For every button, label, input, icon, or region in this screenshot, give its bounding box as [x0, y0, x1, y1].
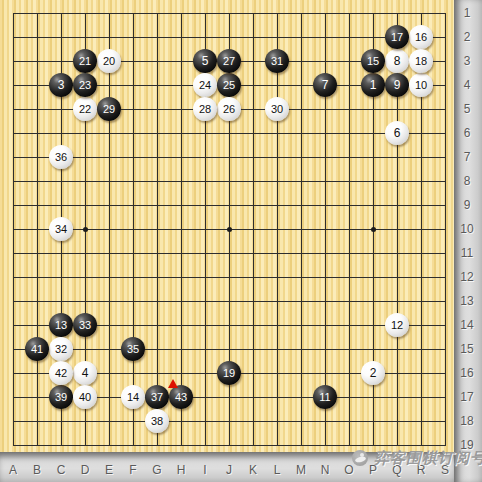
row-label-5: 5	[454, 102, 480, 116]
move-number: 1	[370, 79, 377, 91]
row-label-8: 8	[454, 174, 480, 188]
move-number: 42	[55, 368, 67, 379]
stone-white-R4-move-10[interactable]: 10	[409, 73, 433, 97]
stone-white-D5-move-22[interactable]: 22	[73, 97, 97, 121]
stone-black-Q2-move-17[interactable]: 17	[385, 25, 409, 49]
watermark: 弈客围棋订阅号	[352, 447, 482, 469]
move-number: 34	[55, 224, 67, 235]
stone-black-J3-move-27[interactable]: 27	[217, 49, 241, 73]
row-label-17: 17	[454, 390, 480, 404]
stone-white-C10-move-34[interactable]: 34	[49, 217, 73, 241]
move-number: 40	[79, 392, 91, 403]
last-move-marker-icon	[168, 379, 178, 388]
stone-white-C7-move-36[interactable]: 36	[49, 145, 73, 169]
stone-white-R2-move-16[interactable]: 16	[409, 25, 433, 49]
stone-black-N4-move-7[interactable]: 7	[313, 73, 337, 97]
move-number: 6	[394, 127, 401, 139]
row-label-13: 13	[454, 294, 480, 308]
stone-white-C15-move-32[interactable]: 32	[49, 337, 73, 361]
stone-white-P16-move-2[interactable]: 2	[361, 361, 385, 385]
column-label-D: D	[77, 463, 93, 477]
stone-black-H17-move-43[interactable]: 43	[169, 385, 193, 409]
stone-black-C14-move-13[interactable]: 13	[49, 313, 73, 337]
row-label-4: 4	[454, 78, 480, 92]
move-number: 15	[367, 56, 379, 67]
stone-white-G18-move-38[interactable]: 38	[145, 409, 169, 433]
stone-black-D3-move-21[interactable]: 21	[73, 49, 97, 73]
yike-logo-icon	[352, 450, 368, 466]
row-label-10: 10	[454, 222, 480, 236]
stone-black-F15-move-35[interactable]: 35	[121, 337, 145, 361]
move-number: 9	[394, 79, 401, 91]
column-label-J: J	[221, 463, 237, 477]
move-number: 3	[58, 79, 65, 91]
stone-black-L3-move-31[interactable]: 31	[265, 49, 289, 73]
column-label-B: B	[29, 463, 45, 477]
move-number: 22	[79, 104, 91, 115]
column-label-L: L	[269, 463, 285, 477]
stone-black-G17-move-37[interactable]: 37	[145, 385, 169, 409]
move-number: 30	[271, 104, 283, 115]
stone-black-E5-move-29[interactable]: 29	[97, 97, 121, 121]
move-number: 35	[127, 344, 139, 355]
move-number: 33	[79, 320, 91, 331]
stone-white-E3-move-20[interactable]: 20	[97, 49, 121, 73]
move-number: 16	[415, 32, 427, 43]
move-number: 17	[391, 32, 403, 43]
stone-black-B15-move-41[interactable]: 41	[25, 337, 49, 361]
column-label-K: K	[245, 463, 261, 477]
stone-white-R3-move-18[interactable]: 18	[409, 49, 433, 73]
row-label-2: 2	[454, 30, 480, 44]
move-number: 36	[55, 152, 67, 163]
move-number: 21	[79, 56, 91, 67]
stone-white-Q3-move-8[interactable]: 8	[385, 49, 409, 73]
move-number: 4	[82, 367, 89, 379]
stone-black-P4-move-1[interactable]: 1	[361, 73, 385, 97]
move-number: 8	[394, 55, 401, 67]
stone-white-F17-move-14[interactable]: 14	[121, 385, 145, 409]
move-number: 13	[55, 320, 67, 331]
move-number: 10	[415, 80, 427, 91]
stone-black-D4-move-23[interactable]: 23	[73, 73, 97, 97]
move-number: 29	[103, 104, 115, 115]
move-number: 32	[55, 344, 67, 355]
stone-white-I4-move-24[interactable]: 24	[193, 73, 217, 97]
move-number: 23	[79, 80, 91, 91]
stone-black-J16-move-19[interactable]: 19	[217, 361, 241, 385]
stone-white-D17-move-40[interactable]: 40	[73, 385, 97, 409]
stone-black-C4-move-3[interactable]: 3	[49, 73, 73, 97]
move-number: 28	[199, 104, 211, 115]
move-number: 27	[223, 56, 235, 67]
column-label-H: H	[173, 463, 189, 477]
move-number: 19	[223, 368, 235, 379]
move-number: 20	[103, 56, 115, 67]
column-label-C: C	[53, 463, 69, 477]
go-board-screenshot: 1234567891011121314151617181920212223242…	[0, 0, 482, 482]
move-number: 43	[175, 392, 187, 403]
column-label-F: F	[125, 463, 141, 477]
row-label-14: 14	[454, 318, 480, 332]
move-number: 5	[202, 55, 209, 67]
move-number: 12	[391, 320, 403, 331]
move-number: 26	[223, 104, 235, 115]
column-label-A: A	[5, 463, 21, 477]
move-number: 24	[199, 80, 211, 91]
stone-black-Q4-move-9[interactable]: 9	[385, 73, 409, 97]
stone-white-C16-move-42[interactable]: 42	[49, 361, 73, 385]
watermark-text: 弈客围棋订阅号	[374, 449, 482, 468]
row-label-18: 18	[454, 414, 480, 428]
stone-black-C17-move-39[interactable]: 39	[49, 385, 73, 409]
move-number: 2	[370, 367, 377, 379]
row-label-15: 15	[454, 342, 480, 356]
row-label-1: 1	[454, 6, 480, 20]
stone-white-Q14-move-12[interactable]: 12	[385, 313, 409, 337]
stone-white-Q6-move-6[interactable]: 6	[385, 121, 409, 145]
row-label-3: 3	[454, 54, 480, 68]
column-label-N: N	[317, 463, 333, 477]
column-label-G: G	[149, 463, 165, 477]
stone-black-I3-move-5[interactable]: 5	[193, 49, 217, 73]
move-number: 25	[223, 80, 235, 91]
row-label-11: 11	[454, 246, 480, 260]
stone-black-N17-move-11[interactable]: 11	[313, 385, 337, 409]
stone-white-D16-move-4[interactable]: 4	[73, 361, 97, 385]
move-number: 7	[322, 79, 329, 91]
stone-white-L5-move-30[interactable]: 30	[265, 97, 289, 121]
move-number: 11	[319, 392, 330, 403]
stone-white-J5-move-26[interactable]: 26	[217, 97, 241, 121]
row-label-6: 6	[454, 126, 480, 140]
row-label-9: 9	[454, 198, 480, 212]
move-number: 38	[151, 416, 163, 427]
move-number: 31	[271, 56, 283, 67]
move-number: 37	[151, 392, 163, 403]
row-labels-strip: 12345678910111213141516171819	[454, 0, 482, 482]
stone-white-I5-move-28[interactable]: 28	[193, 97, 217, 121]
stone-black-P3-move-15[interactable]: 15	[361, 49, 385, 73]
stone-black-D14-move-33[interactable]: 33	[73, 313, 97, 337]
move-number: 14	[127, 392, 139, 403]
column-label-I: I	[197, 463, 213, 477]
move-number: 41	[31, 344, 43, 355]
row-label-7: 7	[454, 150, 480, 164]
move-number: 39	[55, 392, 67, 403]
column-label-E: E	[101, 463, 117, 477]
row-label-12: 12	[454, 270, 480, 284]
stones-layer: 1234567891011121314151617181920212223242…	[1, 1, 457, 457]
stone-black-J4-move-25[interactable]: 25	[217, 73, 241, 97]
column-label-M: M	[293, 463, 309, 477]
move-number: 18	[415, 56, 427, 67]
row-label-16: 16	[454, 366, 480, 380]
